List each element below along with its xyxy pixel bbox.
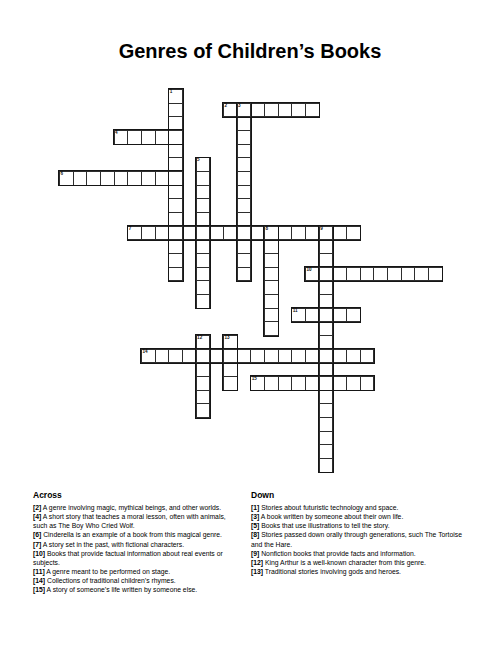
grid-cell[interactable] bbox=[264, 280, 279, 295]
cell-number-15: 15 bbox=[252, 377, 257, 382]
clue-number: [1] bbox=[251, 504, 259, 511]
grid-cell[interactable] bbox=[319, 444, 334, 459]
grid-cell[interactable] bbox=[264, 376, 279, 391]
grid-cell[interactable] bbox=[196, 390, 211, 405]
grid-cell[interactable] bbox=[168, 226, 183, 241]
grid-cell[interactable] bbox=[196, 362, 211, 377]
grid-cell[interactable] bbox=[332, 349, 347, 364]
grid-cell[interactable] bbox=[127, 130, 142, 145]
cell-number-2: 2 bbox=[224, 104, 227, 109]
grid-cell[interactable] bbox=[196, 376, 211, 391]
down-clue-item: [9] Nonfiction books that provide facts … bbox=[251, 549, 475, 558]
grid-cell[interactable] bbox=[86, 171, 101, 186]
grid-cell[interactable] bbox=[209, 226, 224, 241]
grid-cell[interactable] bbox=[196, 280, 211, 295]
grid-cell[interactable] bbox=[291, 376, 306, 391]
grid-cell[interactable] bbox=[196, 198, 211, 213]
grid-cell[interactable] bbox=[196, 185, 211, 200]
cell-number-10: 10 bbox=[306, 268, 311, 273]
grid-cell[interactable] bbox=[237, 267, 252, 282]
grid-cell[interactable] bbox=[168, 239, 183, 254]
down-clue-item: [13] Traditional stories involving gods … bbox=[251, 567, 475, 576]
grid-cell[interactable] bbox=[196, 226, 211, 241]
grid-cell[interactable] bbox=[360, 267, 375, 282]
grid-cell[interactable] bbox=[291, 349, 306, 364]
grid-cell[interactable] bbox=[414, 267, 429, 282]
across-clue-item: [4] A short story that teaches a moral l… bbox=[33, 512, 239, 530]
clue-number: [4] bbox=[33, 513, 41, 520]
grid-cell[interactable] bbox=[237, 212, 252, 227]
clue-number: [11] bbox=[33, 568, 45, 575]
grid-cell[interactable] bbox=[264, 253, 279, 268]
across-clue-list: [2] A genre involving magic, mythical be… bbox=[33, 503, 239, 595]
grid-cell[interactable] bbox=[264, 267, 279, 282]
grid-cell[interactable] bbox=[373, 267, 388, 282]
grid-cell[interactable] bbox=[114, 171, 129, 186]
grid-cell[interactable] bbox=[168, 267, 183, 282]
clue-number: [15] bbox=[33, 586, 45, 593]
grid-cell[interactable] bbox=[168, 185, 183, 200]
grid-cell[interactable] bbox=[278, 226, 293, 241]
cell-number-14: 14 bbox=[142, 350, 147, 355]
grid-cell[interactable] bbox=[196, 294, 211, 309]
grid-cell[interactable] bbox=[250, 103, 265, 118]
across-clue-item: [15] A story of someone’s life written b… bbox=[33, 585, 239, 594]
across-clue-item: [6] Cinderella is an example of a book f… bbox=[33, 530, 239, 539]
down-clues: Down [1] Stories about futuristic techno… bbox=[251, 490, 475, 576]
grid-cell[interactable] bbox=[237, 185, 252, 200]
cell-number-9: 9 bbox=[320, 227, 323, 232]
grid-cell[interactable] bbox=[209, 349, 224, 364]
grid-cell[interactable] bbox=[168, 253, 183, 268]
grid-cell[interactable] bbox=[401, 267, 416, 282]
grid-cell[interactable] bbox=[332, 376, 347, 391]
grid-cell[interactable] bbox=[155, 171, 170, 186]
crossword-grid: 123456789101112131415 bbox=[59, 89, 443, 473]
grid-cell[interactable] bbox=[250, 226, 265, 241]
grid-cell[interactable] bbox=[264, 103, 279, 118]
grid-cell[interactable] bbox=[264, 294, 279, 309]
down-clue-item: [3] A book written by someone about thei… bbox=[251, 512, 475, 521]
grid-cell[interactable] bbox=[319, 458, 334, 473]
grid-cell[interactable] bbox=[278, 103, 293, 118]
down-header: Down bbox=[251, 490, 475, 500]
cell-number-3: 3 bbox=[238, 104, 241, 109]
grid-cell[interactable] bbox=[168, 116, 183, 131]
grid-cell[interactable] bbox=[332, 267, 347, 282]
grid-cell[interactable] bbox=[264, 308, 279, 323]
grid-cell[interactable] bbox=[168, 130, 183, 145]
grid-cell[interactable] bbox=[346, 349, 361, 364]
across-clue-item: [7] A story set in the past, with fictio… bbox=[33, 540, 239, 549]
grid-cell[interactable] bbox=[168, 157, 183, 172]
cell-number-5: 5 bbox=[197, 158, 200, 163]
grid-cell[interactable] bbox=[237, 239, 252, 254]
clue-number: [10] bbox=[33, 550, 45, 557]
cell-number-13: 13 bbox=[224, 336, 229, 341]
grid-cell[interactable] bbox=[360, 349, 375, 364]
grid-cell[interactable] bbox=[155, 226, 170, 241]
clue-number: [2] bbox=[33, 504, 41, 511]
grid-cell[interactable] bbox=[278, 376, 293, 391]
across-clue-item: [14] Collections of traditional children… bbox=[33, 576, 239, 585]
clue-number: [14] bbox=[33, 577, 45, 584]
grid-cell[interactable] bbox=[387, 267, 402, 282]
across-clues: Across [2] A genre involving magic, myth… bbox=[33, 490, 239, 595]
grid-cell[interactable] bbox=[223, 362, 238, 377]
clue-number: [7] bbox=[33, 541, 41, 548]
cell-number-8: 8 bbox=[265, 227, 268, 232]
grid-cell[interactable] bbox=[360, 376, 375, 391]
grid-cell[interactable] bbox=[237, 171, 252, 186]
grid-cell[interactable] bbox=[223, 349, 238, 364]
puzzle-title: Genres of Children’s Books bbox=[0, 40, 500, 63]
grid-cell[interactable] bbox=[141, 130, 156, 145]
grid-cell[interactable] bbox=[305, 308, 320, 323]
grid-cell[interactable] bbox=[264, 239, 279, 254]
grid-cell[interactable] bbox=[291, 103, 306, 118]
clue-number: [13] bbox=[251, 568, 263, 575]
down-clue-item: [1] Stories about futuristic technology … bbox=[251, 503, 475, 512]
grid-cell[interactable] bbox=[264, 349, 279, 364]
grid-cell[interactable] bbox=[182, 226, 197, 241]
cell-number-6: 6 bbox=[60, 172, 63, 177]
grid-cell[interactable] bbox=[168, 103, 183, 118]
grid-cell[interactable] bbox=[155, 130, 170, 145]
grid-cell[interactable] bbox=[168, 212, 183, 227]
grid-cell[interactable] bbox=[319, 321, 334, 336]
grid-cell[interactable] bbox=[305, 103, 320, 118]
grid-cell[interactable] bbox=[237, 157, 252, 172]
grid-cell[interactable] bbox=[196, 239, 211, 254]
grid-cell[interactable] bbox=[264, 321, 279, 336]
across-header: Across bbox=[33, 490, 239, 500]
grid-cell[interactable] bbox=[319, 431, 334, 446]
grid-cell[interactable] bbox=[319, 403, 334, 418]
grid-cell[interactable] bbox=[319, 294, 334, 309]
grid-cell[interactable] bbox=[73, 171, 88, 186]
grid-cell[interactable] bbox=[168, 171, 183, 186]
crossword-page: Genres of Children’s Books 1234567891011… bbox=[0, 0, 500, 647]
grid-cell[interactable] bbox=[168, 349, 183, 364]
grid-cell[interactable] bbox=[237, 116, 252, 131]
down-clue-item: [12] King Arthur is a well-known charact… bbox=[251, 558, 475, 567]
grid-cell[interactable] bbox=[196, 267, 211, 282]
grid-cell[interactable] bbox=[319, 362, 334, 377]
clue-number: [5] bbox=[251, 522, 259, 529]
grid-cell[interactable] bbox=[182, 349, 197, 364]
grid-cell[interactable] bbox=[196, 349, 211, 364]
grid-cell[interactable] bbox=[237, 144, 252, 159]
grid-cell[interactable] bbox=[237, 349, 252, 364]
cell-number-4: 4 bbox=[115, 131, 118, 136]
grid-cell[interactable] bbox=[346, 376, 361, 391]
cell-number-12: 12 bbox=[197, 336, 202, 341]
cell-number-7: 7 bbox=[129, 227, 132, 232]
clue-number: [12] bbox=[251, 559, 263, 566]
grid-cell[interactable] bbox=[319, 280, 334, 295]
grid-cell[interactable] bbox=[196, 212, 211, 227]
grid-cell[interactable] bbox=[332, 308, 347, 323]
grid-cell[interactable] bbox=[319, 390, 334, 405]
grid-cell[interactable] bbox=[319, 417, 334, 432]
grid-cell[interactable] bbox=[237, 198, 252, 213]
grid-cell[interactable] bbox=[346, 226, 361, 241]
cell-number-11: 11 bbox=[293, 309, 298, 314]
clue-number: [3] bbox=[251, 513, 259, 520]
grid-cell[interactable] bbox=[319, 308, 334, 323]
grid-cell[interactable] bbox=[291, 226, 306, 241]
across-clue-item: [2] A genre involving magic, mythical be… bbox=[33, 503, 239, 512]
grid-cell[interactable] bbox=[155, 349, 170, 364]
grid-cell[interactable] bbox=[127, 171, 142, 186]
down-clue-item: [8] Stories passed down orally through g… bbox=[251, 530, 475, 548]
grid-cell[interactable] bbox=[319, 335, 334, 350]
grid-cell[interactable] bbox=[346, 308, 361, 323]
clue-number: [9] bbox=[251, 550, 259, 557]
down-clue-list: [1] Stories about futuristic technology … bbox=[251, 503, 475, 576]
across-clue-item: [10] Books that provide factual informat… bbox=[33, 549, 239, 567]
across-clue-item: [11] A genre meant to be performed on st… bbox=[33, 567, 239, 576]
grid-cell[interactable] bbox=[332, 226, 347, 241]
grid-cell[interactable] bbox=[223, 226, 238, 241]
grid-cell[interactable] bbox=[141, 226, 156, 241]
grid-cell[interactable] bbox=[305, 376, 320, 391]
grid-cell[interactable] bbox=[428, 267, 443, 282]
grid-cell[interactable] bbox=[196, 171, 211, 186]
clue-number: [6] bbox=[33, 531, 41, 538]
grid-cell[interactable] bbox=[319, 239, 334, 254]
grid-cell[interactable] bbox=[250, 349, 265, 364]
grid-cell[interactable] bbox=[168, 198, 183, 213]
down-clue-item: [5] Books that use illustrations to tell… bbox=[251, 521, 475, 530]
grid-cell[interactable] bbox=[278, 349, 293, 364]
grid-cell[interactable] bbox=[196, 253, 211, 268]
grid-cell[interactable] bbox=[319, 376, 334, 391]
grid-cell[interactable] bbox=[305, 349, 320, 364]
cell-number-1: 1 bbox=[170, 90, 173, 95]
grid-cell[interactable] bbox=[223, 376, 238, 391]
grid-cell[interactable] bbox=[237, 253, 252, 268]
grid-cell[interactable] bbox=[319, 267, 334, 282]
grid-cell[interactable] bbox=[100, 171, 115, 186]
grid-cell[interactable] bbox=[196, 403, 211, 418]
clue-number: [8] bbox=[251, 531, 259, 538]
grid-cell[interactable] bbox=[141, 171, 156, 186]
grid-cell[interactable] bbox=[319, 349, 334, 364]
grid-cell[interactable] bbox=[319, 253, 334, 268]
grid-cell[interactable] bbox=[237, 226, 252, 241]
grid-cell[interactable] bbox=[237, 130, 252, 145]
grid-cell[interactable] bbox=[305, 226, 320, 241]
grid-cell[interactable] bbox=[346, 267, 361, 282]
grid-cell[interactable] bbox=[168, 144, 183, 159]
